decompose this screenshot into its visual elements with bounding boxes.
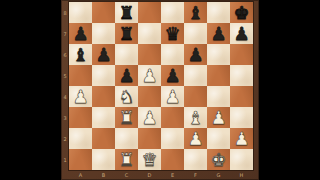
square-a8[interactable] [69,2,92,23]
square-b1[interactable] [92,149,115,170]
file-labels: ABCDEFGH [69,170,253,180]
square-b6[interactable]: ♟ [92,44,115,65]
white-bishop-piece[interactable]: ♝ [184,107,207,128]
black-pawn-piece[interactable]: ♟ [69,23,92,44]
white-pawn-piece[interactable]: ♟ [184,128,207,149]
rank-label-8: 8 [61,2,69,23]
square-h1[interactable] [230,149,253,170]
rank-label-7: 7 [61,23,69,44]
square-g5[interactable] [207,65,230,86]
square-h5[interactable] [230,65,253,86]
white-knight-piece[interactable]: ♞ [115,86,138,107]
file-label-d: D [138,170,161,180]
square-g1[interactable]: ♚ [207,149,230,170]
rank-label-2: 2 [61,128,69,149]
square-e6[interactable] [161,44,184,65]
black-pawn-piece[interactable]: ♟ [161,65,184,86]
square-g2[interactable] [207,128,230,149]
square-d4[interactable] [138,86,161,107]
square-e5[interactable]: ♟ [161,65,184,86]
square-d6[interactable] [138,44,161,65]
board-grid: ♜♝♚♟♜♛♟♟♝♟♟♟♟♟♟♞♟♜♟♝♟♟♟♜♛♚ [69,2,253,170]
letterbox-right [259,0,320,180]
black-queen-piece[interactable]: ♛ [161,23,184,44]
square-c4[interactable]: ♞ [115,86,138,107]
white-king-piece[interactable]: ♚ [207,149,230,170]
square-a7[interactable]: ♟ [69,23,92,44]
white-pawn-piece[interactable]: ♟ [138,107,161,128]
square-f5[interactable] [184,65,207,86]
chess-board-frame: 87654321 ABCDEFGH ♜♝♚♟♜♛♟♟♝♟♟♟♟♟♟♞♟♜♟♝♟♟… [61,0,259,180]
square-d1[interactable]: ♛ [138,149,161,170]
square-b4[interactable] [92,86,115,107]
square-f1[interactable] [184,149,207,170]
square-f6[interactable]: ♟ [184,44,207,65]
square-c8[interactable]: ♜ [115,2,138,23]
white-pawn-piece[interactable]: ♟ [207,107,230,128]
square-d7[interactable] [138,23,161,44]
file-label-a: A [69,170,92,180]
black-pawn-piece[interactable]: ♟ [184,44,207,65]
square-a6[interactable]: ♝ [69,44,92,65]
black-rook-piece[interactable]: ♜ [115,23,138,44]
square-h6[interactable] [230,44,253,65]
rank-label-5: 5 [61,65,69,86]
square-g7[interactable]: ♟ [207,23,230,44]
square-a1[interactable] [69,149,92,170]
file-label-h: H [230,170,253,180]
file-label-f: F [184,170,207,180]
square-b3[interactable] [92,107,115,128]
white-pawn-piece[interactable]: ♟ [161,86,184,107]
chess-thumbnail: 87654321 ABCDEFGH ♜♝♚♟♜♛♟♟♝♟♟♟♟♟♟♞♟♜♟♝♟♟… [0,0,320,180]
square-g6[interactable] [207,44,230,65]
letterbox-left [0,0,61,180]
square-c7[interactable]: ♜ [115,23,138,44]
square-d3[interactable]: ♟ [138,107,161,128]
black-pawn-piece[interactable]: ♟ [207,23,230,44]
black-rook-piece[interactable]: ♜ [115,2,138,23]
square-f2[interactable]: ♟ [184,128,207,149]
rank-label-3: 3 [61,107,69,128]
square-f8[interactable]: ♝ [184,2,207,23]
square-b7[interactable] [92,23,115,44]
square-g3[interactable]: ♟ [207,107,230,128]
square-h8[interactable]: ♚ [230,2,253,23]
square-f7[interactable] [184,23,207,44]
rank-label-6: 6 [61,44,69,65]
black-pawn-piece[interactable]: ♟ [115,65,138,86]
white-rook-piece[interactable]: ♜ [115,149,138,170]
file-label-c: C [115,170,138,180]
file-label-g: G [207,170,230,180]
white-pawn-piece[interactable]: ♟ [138,65,161,86]
square-c3[interactable]: ♜ [115,107,138,128]
square-e7[interactable]: ♛ [161,23,184,44]
square-h4[interactable] [230,86,253,107]
file-label-e: E [161,170,184,180]
black-pawn-piece[interactable]: ♟ [92,44,115,65]
white-queen-piece[interactable]: ♛ [138,149,161,170]
square-c1[interactable]: ♜ [115,149,138,170]
square-e1[interactable] [161,149,184,170]
rank-labels: 87654321 [61,2,69,170]
square-a4[interactable]: ♟ [69,86,92,107]
square-h7[interactable]: ♟ [230,23,253,44]
square-a2[interactable] [69,128,92,149]
white-pawn-piece[interactable]: ♟ [230,128,253,149]
square-b8[interactable] [92,2,115,23]
square-f3[interactable]: ♝ [184,107,207,128]
square-c2[interactable] [115,128,138,149]
rank-label-4: 4 [61,86,69,107]
square-e4[interactable]: ♟ [161,86,184,107]
square-c5[interactable]: ♟ [115,65,138,86]
black-bishop-piece[interactable]: ♝ [69,44,92,65]
square-h3[interactable] [230,107,253,128]
square-e2[interactable] [161,128,184,149]
black-king-piece[interactable]: ♚ [230,2,253,23]
file-label-b: B [92,170,115,180]
white-rook-piece[interactable]: ♜ [115,107,138,128]
square-d2[interactable] [138,128,161,149]
square-a5[interactable] [69,65,92,86]
rank-label-1: 1 [61,149,69,170]
square-b2[interactable] [92,128,115,149]
square-d8[interactable] [138,2,161,23]
square-g4[interactable] [207,86,230,107]
white-pawn-piece[interactable]: ♟ [69,86,92,107]
square-f4[interactable] [184,86,207,107]
square-e8[interactable] [161,2,184,23]
square-g8[interactable] [207,2,230,23]
square-d5[interactable]: ♟ [138,65,161,86]
square-a3[interactable] [69,107,92,128]
square-e3[interactable] [161,107,184,128]
square-b5[interactable] [92,65,115,86]
black-pawn-piece[interactable]: ♟ [230,23,253,44]
square-h2[interactable]: ♟ [230,128,253,149]
square-c6[interactable] [115,44,138,65]
black-bishop-piece[interactable]: ♝ [184,2,207,23]
